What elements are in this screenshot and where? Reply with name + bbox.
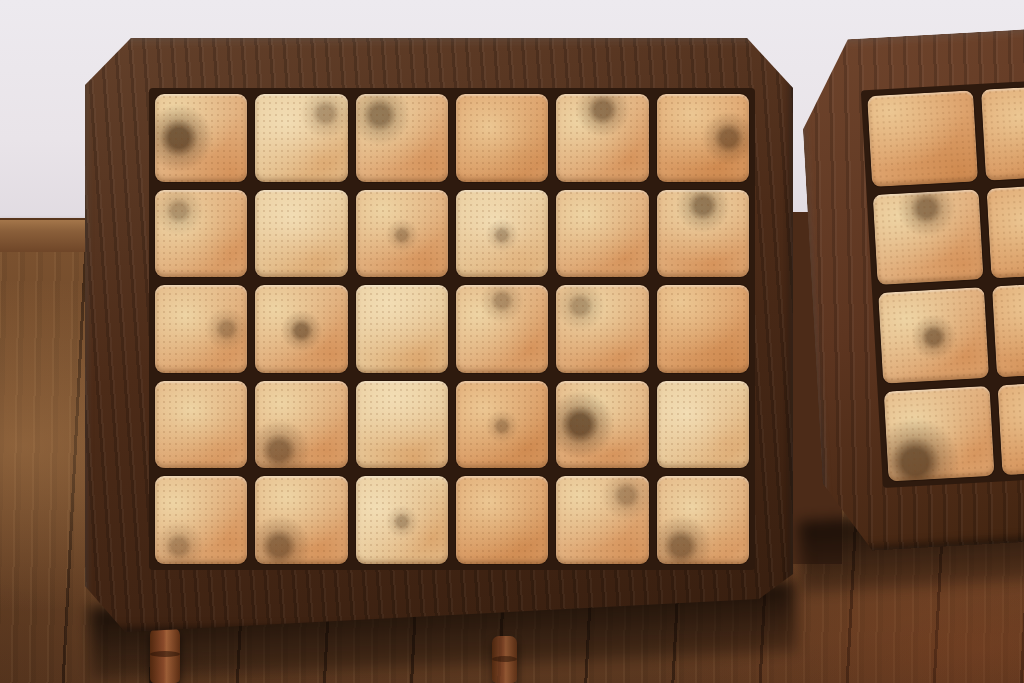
ceramic-tile [997,379,1024,475]
ceramic-tile [456,285,548,373]
ceramic-tile [255,190,347,278]
ceramic-tile [556,190,648,278]
ceramic-tile [155,190,247,278]
table-leg [492,636,517,683]
ceramic-tile [155,476,247,564]
ceramic-tile [657,381,749,469]
ceramic-tile [556,476,648,564]
ceramic-tile [992,281,1024,377]
ceramic-tile [155,381,247,469]
side-tile-table [798,26,1024,554]
ceramic-tile [657,476,749,564]
ceramic-tile [867,90,978,186]
ceramic-tile [884,385,995,481]
photo-scene [0,0,1024,683]
ceramic-tile [155,94,247,182]
ceramic-tile [255,381,347,469]
ceramic-tile [356,94,448,182]
main-tile-grid [149,88,755,570]
ceramic-tile [456,94,548,182]
ceramic-tile [657,285,749,373]
ceramic-tile [456,190,548,278]
ceramic-tile [657,94,749,182]
ceramic-tile [255,94,347,182]
ceramic-tile [356,381,448,469]
main-tile-table [85,38,793,632]
ceramic-tile [873,189,984,285]
ceramic-tile [356,285,448,373]
ceramic-tile [456,381,548,469]
ceramic-tile [155,285,247,373]
ceramic-tile [456,476,548,564]
ceramic-tile [986,182,1024,278]
ceramic-tile [878,287,989,383]
ceramic-tile [255,476,347,564]
side-tile-grid [861,78,1024,488]
ceramic-tile [981,84,1024,180]
table-leg [150,628,180,683]
ceramic-tile [356,476,448,564]
ceramic-tile [556,94,648,182]
ceramic-tile [255,285,347,373]
ceramic-tile [556,381,648,469]
ceramic-tile [556,285,648,373]
ceramic-tile [657,190,749,278]
ceramic-tile [356,190,448,278]
